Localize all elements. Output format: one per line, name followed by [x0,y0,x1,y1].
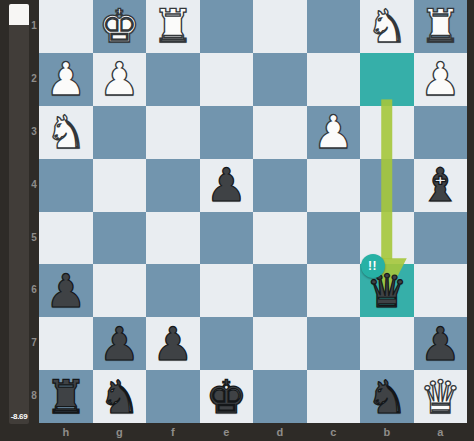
file-label-h: h [39,423,93,441]
black-rook-h8[interactable]: ♜ [39,370,93,423]
square-c4[interactable] [307,159,361,212]
square-g5[interactable] [93,212,147,265]
square-b4[interactable] [360,159,414,212]
square-d5[interactable] [253,212,307,265]
rank-label-1: 1 [29,0,39,53]
brilliant-move-badge: !! [361,254,385,278]
square-h7[interactable] [39,317,93,370]
white-queen-a8[interactable]: ♛ [414,370,468,423]
square-h5[interactable] [39,212,93,265]
black-pawn-e4[interactable]: ♟ [200,159,254,212]
square-a6[interactable] [414,264,468,317]
white-knight-h3[interactable]: ♞ [39,106,93,159]
file-label-e: e [200,423,254,441]
file-label-g: g [93,423,147,441]
square-f6[interactable] [146,264,200,317]
white-knight-b1[interactable]: ♞ [360,0,414,53]
square-c5[interactable] [307,212,361,265]
square-d4[interactable] [253,159,307,212]
black-pawn-h6[interactable]: ♟ [39,264,93,317]
rank-label-8: 8 [29,370,39,423]
rank-label-2: 2 [29,53,39,106]
square-e6[interactable] [200,264,254,317]
rank-label-4: 4 [29,159,39,212]
square-d2[interactable] [253,53,307,106]
file-label-a: a [414,423,468,441]
square-c1[interactable] [307,0,361,53]
black-pawn-a7[interactable]: ♟ [414,317,468,370]
white-rook-a1[interactable]: ♜ [414,0,468,53]
square-g4[interactable] [93,159,147,212]
rank-label-5: 5 [29,212,39,265]
square-g3[interactable] [93,106,147,159]
square-g6[interactable] [93,264,147,317]
square-d6[interactable] [253,264,307,317]
black-knight-b8[interactable]: ♞ [360,370,414,423]
square-h1[interactable] [39,0,93,53]
rank-label-6: 6 [29,264,39,317]
white-pawn-h2[interactable]: ♟ [39,53,93,106]
square-c8[interactable] [307,370,361,423]
white-rook-f1[interactable]: ♜ [146,0,200,53]
square-d3[interactable] [253,106,307,159]
white-pawn-c3[interactable]: ♟ [307,106,361,159]
rank-coordinates: 12345678 [29,0,39,423]
square-f2[interactable] [146,53,200,106]
square-h4[interactable] [39,159,93,212]
square-d7[interactable] [253,317,307,370]
file-label-f: f [146,423,200,441]
square-e7[interactable] [200,317,254,370]
white-king-g1[interactable]: ♚ [93,0,147,53]
square-e3[interactable] [200,106,254,159]
square-e2[interactable] [200,53,254,106]
white-pawn-a2[interactable]: ♟ [414,53,468,106]
black-bishop-a4[interactable]: ♝ [414,159,468,212]
square-c6[interactable] [307,264,361,317]
black-pawn-g7[interactable]: ♟ [93,317,147,370]
square-d8[interactable] [253,370,307,423]
square-a5[interactable] [414,212,468,265]
black-king-e8[interactable]: ♚ [200,370,254,423]
square-a3[interactable] [414,106,468,159]
file-label-d: d [253,423,307,441]
evaluation-score: -8.69 [9,412,29,421]
rank-label-3: 3 [29,106,39,159]
square-e1[interactable] [200,0,254,53]
square-f5[interactable] [146,212,200,265]
evaluation-bar: -8.69 [9,4,29,424]
square-b2[interactable] [360,53,414,106]
square-f4[interactable] [146,159,200,212]
square-d1[interactable] [253,0,307,53]
square-f3[interactable] [146,106,200,159]
black-knight-g8[interactable]: ♞ [93,370,147,423]
file-coordinates: hgfedcba [39,423,467,441]
square-e5[interactable] [200,212,254,265]
analysis-board-panel: -8.69 12345678 ♚♜♞♜♟♟♟♞♟♟♝♟♛♟♟♟♜♞♚♞♛ !! … [0,0,474,441]
square-b3[interactable] [360,106,414,159]
file-label-b: b [360,423,414,441]
evaluation-bar-white-share [9,4,29,25]
white-pawn-g2[interactable]: ♟ [93,53,147,106]
square-c2[interactable] [307,53,361,106]
square-c7[interactable] [307,317,361,370]
file-label-c: c [307,423,361,441]
rank-label-7: 7 [29,317,39,370]
square-f8[interactable] [146,370,200,423]
black-pawn-f7[interactable]: ♟ [146,317,200,370]
square-b7[interactable] [360,317,414,370]
